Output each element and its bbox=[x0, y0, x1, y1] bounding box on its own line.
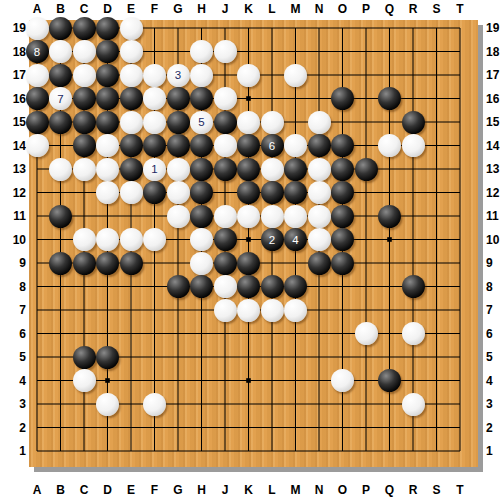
black-stone[interactable]: 4 bbox=[284, 228, 307, 251]
black-stone[interactable] bbox=[190, 87, 213, 110]
col-label-top: F bbox=[151, 3, 158, 16]
col-label-top: T bbox=[456, 3, 463, 16]
white-stone[interactable] bbox=[214, 275, 237, 298]
white-stone[interactable] bbox=[237, 205, 260, 228]
row-label-right: 14 bbox=[486, 139, 499, 152]
white-stone[interactable] bbox=[261, 158, 284, 181]
col-label-top: B bbox=[56, 3, 65, 16]
black-stone[interactable] bbox=[190, 134, 213, 157]
move-number-label: 4 bbox=[284, 228, 307, 251]
go-board[interactable]: 83756124 bbox=[29, 20, 478, 467]
row-label-left: 9 bbox=[19, 257, 26, 270]
black-stone[interactable] bbox=[26, 87, 49, 110]
col-label-bottom: D bbox=[103, 484, 112, 497]
black-stone[interactable] bbox=[331, 87, 354, 110]
row-label-right: 2 bbox=[486, 421, 493, 434]
black-stone[interactable] bbox=[73, 17, 96, 40]
white-stone[interactable] bbox=[96, 158, 119, 181]
col-label-top: K bbox=[244, 3, 253, 16]
white-stone[interactable] bbox=[190, 64, 213, 87]
col-label-bottom: E bbox=[127, 484, 135, 497]
white-stone[interactable] bbox=[214, 87, 237, 110]
star-point bbox=[246, 237, 251, 242]
black-stone[interactable] bbox=[378, 87, 401, 110]
row-label-left: 4 bbox=[19, 374, 26, 387]
white-stone[interactable] bbox=[261, 111, 284, 134]
row-label-right: 10 bbox=[486, 233, 499, 246]
black-stone[interactable] bbox=[331, 181, 354, 204]
col-label-bottom: L bbox=[268, 484, 275, 497]
black-stone[interactable]: 8 bbox=[26, 40, 49, 63]
white-stone[interactable] bbox=[190, 40, 213, 63]
row-label-left: 10 bbox=[13, 233, 26, 246]
black-stone[interactable] bbox=[120, 252, 143, 275]
black-stone[interactable] bbox=[214, 252, 237, 275]
white-stone[interactable] bbox=[73, 64, 96, 87]
black-stone[interactable] bbox=[237, 134, 260, 157]
star-point bbox=[387, 237, 392, 242]
white-stone[interactable] bbox=[73, 40, 96, 63]
white-stone[interactable]: 1 bbox=[143, 158, 166, 181]
black-stone[interactable] bbox=[237, 275, 260, 298]
black-stone[interactable] bbox=[120, 87, 143, 110]
white-stone[interactable] bbox=[120, 64, 143, 87]
col-label-bottom: K bbox=[244, 484, 253, 497]
row-label-right: 17 bbox=[486, 69, 499, 82]
white-stone[interactable] bbox=[308, 205, 331, 228]
white-stone[interactable] bbox=[284, 134, 307, 157]
white-stone[interactable] bbox=[73, 228, 96, 251]
white-stone[interactable] bbox=[308, 158, 331, 181]
black-stone[interactable] bbox=[143, 134, 166, 157]
white-stone[interactable] bbox=[261, 205, 284, 228]
white-stone[interactable] bbox=[402, 393, 425, 416]
white-stone[interactable] bbox=[120, 181, 143, 204]
black-stone[interactable] bbox=[49, 111, 72, 134]
col-label-bottom: H bbox=[197, 484, 206, 497]
white-stone[interactable] bbox=[120, 40, 143, 63]
page: ABCDEFGHJKLMNOPQRST ABCDEFGHJKLMNOPQRST … bbox=[0, 0, 500, 500]
white-stone[interactable] bbox=[214, 40, 237, 63]
row-label-left: 13 bbox=[13, 163, 26, 176]
black-stone[interactable] bbox=[331, 134, 354, 157]
move-number-label: 3 bbox=[167, 64, 190, 87]
black-stone[interactable] bbox=[73, 346, 96, 369]
black-stone[interactable] bbox=[49, 252, 72, 275]
row-label-left: 12 bbox=[13, 186, 26, 199]
black-stone[interactable] bbox=[96, 64, 119, 87]
row-label-left: 15 bbox=[13, 116, 26, 129]
black-stone[interactable] bbox=[261, 275, 284, 298]
row-label-right: 8 bbox=[486, 280, 493, 293]
col-label-top: D bbox=[103, 3, 112, 16]
col-label-bottom: T bbox=[456, 484, 463, 497]
black-stone[interactable] bbox=[378, 369, 401, 392]
black-stone[interactable] bbox=[284, 181, 307, 204]
star-point bbox=[105, 378, 110, 383]
col-label-bottom: J bbox=[222, 484, 229, 497]
black-stone[interactable] bbox=[214, 111, 237, 134]
white-stone[interactable] bbox=[143, 393, 166, 416]
col-label-top: C bbox=[80, 3, 89, 16]
white-stone[interactable] bbox=[402, 134, 425, 157]
move-number-label: 6 bbox=[261, 134, 284, 157]
row-label-right: 15 bbox=[486, 116, 499, 129]
row-label-right: 12 bbox=[486, 186, 499, 199]
black-stone[interactable] bbox=[378, 205, 401, 228]
black-stone[interactable] bbox=[167, 134, 190, 157]
black-stone[interactable] bbox=[214, 158, 237, 181]
row-label-left: 1 bbox=[19, 445, 26, 458]
row-label-right: 11 bbox=[486, 210, 499, 223]
black-stone[interactable] bbox=[73, 111, 96, 134]
row-label-left: 5 bbox=[19, 351, 26, 364]
white-stone[interactable]: 3 bbox=[167, 64, 190, 87]
row-label-right: 5 bbox=[486, 351, 493, 364]
row-label-right: 4 bbox=[486, 374, 493, 387]
col-label-top: E bbox=[127, 3, 135, 16]
white-stone[interactable] bbox=[308, 228, 331, 251]
black-stone[interactable] bbox=[308, 252, 331, 275]
row-label-right: 16 bbox=[486, 92, 499, 105]
col-label-top: G bbox=[173, 3, 182, 16]
black-stone[interactable] bbox=[96, 87, 119, 110]
black-stone[interactable] bbox=[96, 17, 119, 40]
col-label-top: J bbox=[222, 3, 229, 16]
star-point bbox=[246, 378, 251, 383]
black-stone[interactable] bbox=[96, 252, 119, 275]
black-stone[interactable] bbox=[331, 252, 354, 275]
row-label-left: 6 bbox=[19, 327, 26, 340]
white-stone[interactable] bbox=[120, 228, 143, 251]
white-stone[interactable]: 7 bbox=[49, 87, 72, 110]
white-stone[interactable] bbox=[26, 64, 49, 87]
white-stone[interactable] bbox=[49, 158, 72, 181]
col-label-top: Q bbox=[385, 3, 394, 16]
black-stone[interactable] bbox=[190, 275, 213, 298]
black-stone[interactable] bbox=[49, 64, 72, 87]
black-stone[interactable] bbox=[402, 275, 425, 298]
move-number-label: 2 bbox=[261, 228, 284, 251]
col-label-top: H bbox=[197, 3, 206, 16]
col-label-bottom: G bbox=[173, 484, 182, 497]
white-stone[interactable] bbox=[308, 111, 331, 134]
col-label-bottom: S bbox=[432, 484, 440, 497]
row-label-left: 16 bbox=[13, 92, 26, 105]
col-label-top: R bbox=[409, 3, 418, 16]
row-label-right: 7 bbox=[486, 304, 493, 317]
row-label-left: 19 bbox=[13, 22, 26, 35]
white-stone[interactable]: 5 bbox=[190, 111, 213, 134]
black-stone[interactable] bbox=[120, 158, 143, 181]
black-stone[interactable] bbox=[26, 111, 49, 134]
black-stone[interactable] bbox=[261, 181, 284, 204]
row-label-right: 1 bbox=[486, 445, 493, 458]
white-stone[interactable] bbox=[143, 64, 166, 87]
row-label-left: 7 bbox=[19, 304, 26, 317]
row-label-left: 11 bbox=[13, 210, 26, 223]
black-stone[interactable] bbox=[190, 181, 213, 204]
black-stone[interactable] bbox=[96, 111, 119, 134]
white-stone[interactable] bbox=[120, 111, 143, 134]
black-stone[interactable] bbox=[167, 275, 190, 298]
black-stone[interactable] bbox=[96, 40, 119, 63]
white-stone[interactable] bbox=[167, 181, 190, 204]
black-stone[interactable] bbox=[237, 181, 260, 204]
black-stone[interactable] bbox=[237, 158, 260, 181]
black-stone[interactable] bbox=[331, 228, 354, 251]
row-label-right: 6 bbox=[486, 327, 493, 340]
black-stone[interactable] bbox=[96, 346, 119, 369]
white-stone[interactable] bbox=[96, 134, 119, 157]
col-label-bottom: R bbox=[409, 484, 418, 497]
white-stone[interactable] bbox=[167, 205, 190, 228]
move-number-label: 1 bbox=[143, 158, 166, 181]
white-stone[interactable] bbox=[143, 228, 166, 251]
black-stone[interactable] bbox=[355, 158, 378, 181]
white-stone[interactable] bbox=[331, 369, 354, 392]
row-label-left: 8 bbox=[19, 280, 26, 293]
white-stone[interactable] bbox=[26, 134, 49, 157]
white-stone[interactable] bbox=[308, 181, 331, 204]
black-stone[interactable] bbox=[49, 205, 72, 228]
black-stone[interactable]: 2 bbox=[261, 228, 284, 251]
white-stone[interactable] bbox=[237, 64, 260, 87]
black-stone[interactable] bbox=[167, 111, 190, 134]
white-stone[interactable] bbox=[284, 299, 307, 322]
white-stone[interactable] bbox=[214, 205, 237, 228]
white-stone[interactable] bbox=[26, 17, 49, 40]
white-stone[interactable] bbox=[96, 393, 119, 416]
white-stone[interactable] bbox=[96, 181, 119, 204]
black-stone[interactable] bbox=[214, 228, 237, 251]
move-number-label: 8 bbox=[26, 40, 49, 63]
white-stone[interactable] bbox=[96, 228, 119, 251]
black-stone[interactable] bbox=[167, 87, 190, 110]
white-stone[interactable] bbox=[143, 111, 166, 134]
white-stone[interactable] bbox=[143, 87, 166, 110]
col-label-bottom: O bbox=[338, 484, 347, 497]
black-stone[interactable] bbox=[143, 181, 166, 204]
black-stone[interactable] bbox=[49, 17, 72, 40]
move-number-label: 7 bbox=[49, 87, 72, 110]
white-stone[interactable] bbox=[167, 158, 190, 181]
white-stone[interactable] bbox=[402, 322, 425, 345]
row-label-right: 9 bbox=[486, 257, 493, 270]
star-point bbox=[246, 96, 251, 101]
col-label-top: N bbox=[315, 3, 324, 16]
black-stone[interactable] bbox=[402, 111, 425, 134]
col-label-top: A bbox=[33, 3, 42, 16]
white-stone[interactable] bbox=[261, 299, 284, 322]
col-label-top: S bbox=[432, 3, 440, 16]
white-stone[interactable] bbox=[190, 252, 213, 275]
col-label-bottom: M bbox=[291, 484, 301, 497]
white-stone[interactable] bbox=[49, 40, 72, 63]
black-stone[interactable] bbox=[284, 275, 307, 298]
white-stone[interactable] bbox=[73, 158, 96, 181]
row-label-left: 14 bbox=[13, 139, 26, 152]
row-label-left: 3 bbox=[19, 398, 26, 411]
black-stone[interactable] bbox=[120, 134, 143, 157]
col-label-bottom: A bbox=[33, 484, 42, 497]
col-label-bottom: N bbox=[315, 484, 324, 497]
col-label-bottom: B bbox=[56, 484, 65, 497]
col-label-top: L bbox=[268, 3, 275, 16]
col-label-bottom: F bbox=[151, 484, 158, 497]
white-stone[interactable] bbox=[120, 17, 143, 40]
col-label-top: O bbox=[338, 3, 347, 16]
black-stone[interactable] bbox=[73, 87, 96, 110]
white-stone[interactable] bbox=[237, 111, 260, 134]
black-stone[interactable] bbox=[190, 205, 213, 228]
black-stone[interactable]: 6 bbox=[261, 134, 284, 157]
col-label-bottom: P bbox=[362, 484, 370, 497]
black-stone[interactable] bbox=[331, 205, 354, 228]
col-label-top: M bbox=[291, 3, 301, 16]
white-stone[interactable] bbox=[355, 322, 378, 345]
move-number-label: 5 bbox=[190, 111, 213, 134]
row-label-left: 2 bbox=[19, 421, 26, 434]
black-stone[interactable] bbox=[190, 158, 213, 181]
row-label-right: 13 bbox=[486, 163, 499, 176]
row-label-left: 18 bbox=[13, 45, 26, 58]
white-stone[interactable] bbox=[214, 134, 237, 157]
white-stone[interactable] bbox=[237, 299, 260, 322]
col-label-top: P bbox=[362, 3, 370, 16]
row-label-left: 17 bbox=[13, 69, 26, 82]
white-stone[interactable] bbox=[214, 299, 237, 322]
white-stone[interactable] bbox=[378, 134, 401, 157]
black-stone[interactable] bbox=[73, 134, 96, 157]
black-stone[interactable] bbox=[331, 158, 354, 181]
white-stone[interactable] bbox=[284, 205, 307, 228]
black-stone[interactable] bbox=[308, 134, 331, 157]
black-stone[interactable] bbox=[73, 252, 96, 275]
row-label-right: 19 bbox=[486, 22, 499, 35]
row-label-right: 18 bbox=[486, 45, 499, 58]
white-stone[interactable] bbox=[190, 228, 213, 251]
black-stone[interactable] bbox=[237, 252, 260, 275]
col-label-bottom: C bbox=[80, 484, 89, 497]
row-label-right: 3 bbox=[486, 398, 493, 411]
white-stone[interactable] bbox=[284, 64, 307, 87]
white-stone[interactable] bbox=[73, 369, 96, 392]
col-label-bottom: Q bbox=[385, 484, 394, 497]
black-stone[interactable] bbox=[284, 158, 307, 181]
